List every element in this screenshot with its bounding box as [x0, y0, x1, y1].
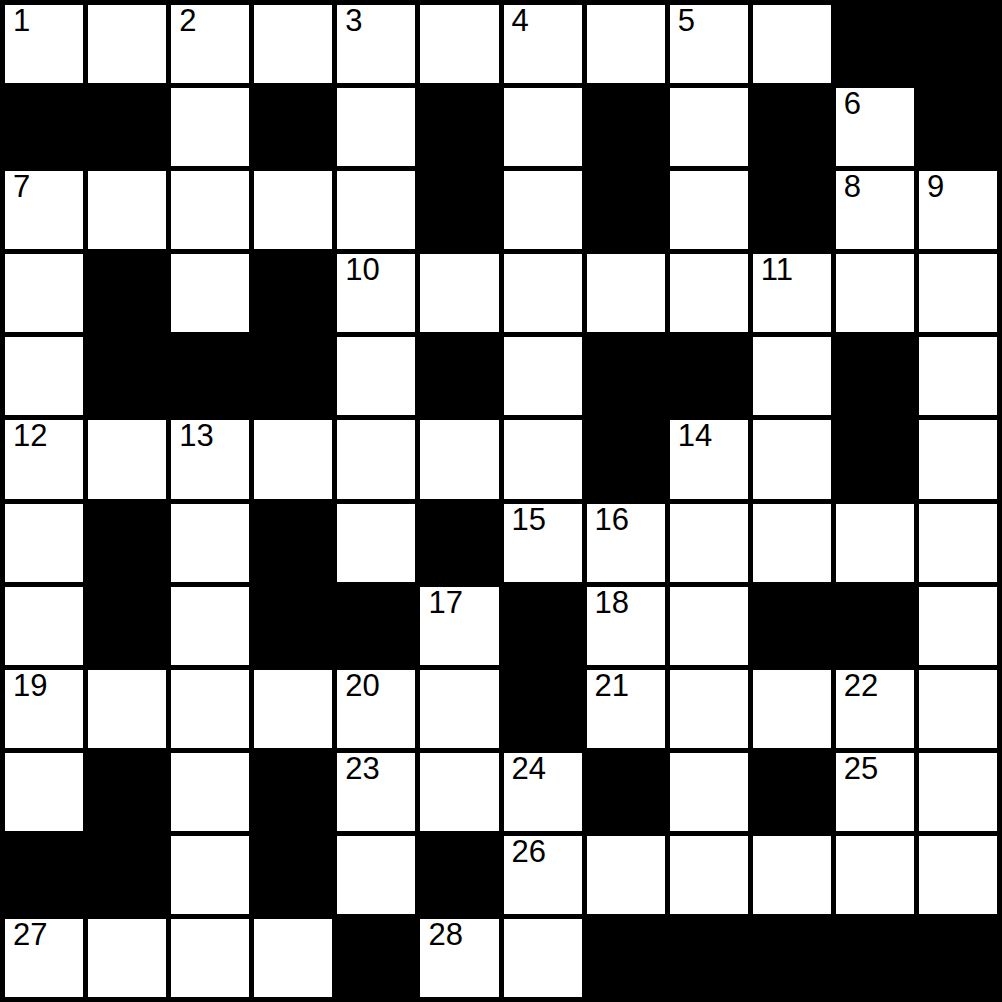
white-cell[interactable] [337, 836, 415, 914]
clue-number: 14 [678, 420, 712, 451]
white-cell[interactable] [504, 254, 582, 332]
white-cell[interactable]: 6 [836, 88, 914, 166]
white-cell[interactable]: 3 [337, 5, 415, 83]
white-cell[interactable]: 13 [171, 420, 249, 498]
white-cell[interactable] [504, 337, 582, 415]
white-cell[interactable] [171, 919, 249, 997]
black-cell [420, 504, 498, 582]
white-cell[interactable] [753, 420, 831, 498]
clue-number: 26 [512, 836, 546, 867]
black-cell [919, 5, 997, 83]
black-cell [171, 337, 249, 415]
white-cell[interactable] [420, 670, 498, 748]
white-cell[interactable]: 22 [836, 670, 914, 748]
white-cell[interactable] [919, 587, 997, 665]
white-cell[interactable] [5, 753, 83, 831]
white-cell[interactable]: 8 [836, 171, 914, 249]
white-cell[interactable]: 26 [504, 836, 582, 914]
black-cell [753, 88, 831, 166]
black-cell [919, 88, 997, 166]
white-cell[interactable] [88, 5, 166, 83]
clue-number: 10 [345, 254, 379, 285]
white-cell[interactable] [836, 504, 914, 582]
white-cell[interactable]: 23 [337, 753, 415, 831]
black-cell [670, 337, 748, 415]
white-cell[interactable] [670, 587, 748, 665]
white-cell[interactable]: 11 [753, 254, 831, 332]
white-cell[interactable]: 20 [337, 670, 415, 748]
white-cell[interactable]: 27 [5, 919, 83, 997]
white-cell[interactable] [753, 337, 831, 415]
black-cell [88, 254, 166, 332]
clue-number: 7 [13, 171, 30, 202]
clue-number: 11 [761, 254, 793, 285]
black-cell [836, 420, 914, 498]
clue-number: 5 [678, 5, 695, 36]
white-cell[interactable] [254, 919, 332, 997]
white-cell[interactable]: 10 [337, 254, 415, 332]
white-cell[interactable]: 19 [5, 670, 83, 748]
clue-number: 3 [345, 5, 362, 36]
clue-number: 9 [927, 171, 944, 202]
white-cell[interactable] [504, 171, 582, 249]
white-cell[interactable] [254, 670, 332, 748]
white-cell[interactable]: 2 [171, 5, 249, 83]
black-cell [753, 171, 831, 249]
white-cell[interactable] [337, 88, 415, 166]
white-cell[interactable] [836, 254, 914, 332]
black-cell [88, 587, 166, 665]
black-cell [420, 836, 498, 914]
white-cell[interactable] [171, 836, 249, 914]
white-cell[interactable] [587, 5, 665, 83]
white-cell[interactable] [670, 88, 748, 166]
black-cell [5, 836, 83, 914]
white-cell[interactable] [420, 420, 498, 498]
white-cell[interactable]: 15 [504, 504, 582, 582]
white-cell[interactable] [919, 420, 997, 498]
black-cell [753, 587, 831, 665]
white-cell[interactable]: 21 [587, 670, 665, 748]
white-cell[interactable] [670, 670, 748, 748]
white-cell[interactable] [670, 254, 748, 332]
black-cell [254, 254, 332, 332]
white-cell[interactable] [753, 5, 831, 83]
clue-number: 15 [512, 504, 546, 535]
black-cell [919, 919, 997, 997]
white-cell[interactable]: 4 [504, 5, 582, 83]
white-cell[interactable] [337, 420, 415, 498]
clue-number: 13 [179, 420, 213, 451]
clue-number: 16 [595, 504, 629, 535]
white-cell[interactable]: 1 [5, 5, 83, 83]
clue-number: 4 [512, 5, 529, 36]
black-cell [836, 337, 914, 415]
white-cell[interactable] [254, 420, 332, 498]
white-cell[interactable] [171, 670, 249, 748]
black-cell [337, 919, 415, 997]
black-cell [254, 504, 332, 582]
clue-number: 23 [345, 753, 379, 784]
white-cell[interactable]: 25 [836, 753, 914, 831]
white-cell[interactable] [254, 171, 332, 249]
clue-number: 6 [844, 88, 861, 119]
white-cell[interactable] [171, 504, 249, 582]
black-cell [254, 587, 332, 665]
white-cell[interactable] [919, 753, 997, 831]
white-cell[interactable] [88, 420, 166, 498]
black-cell [254, 88, 332, 166]
clue-number: 28 [428, 919, 462, 950]
black-cell [420, 171, 498, 249]
clue-number: 19 [13, 670, 47, 701]
black-cell [88, 504, 166, 582]
white-cell[interactable] [670, 504, 748, 582]
white-cell[interactable] [753, 670, 831, 748]
clue-number: 25 [844, 753, 878, 784]
white-cell[interactable] [5, 337, 83, 415]
white-cell[interactable] [670, 836, 748, 914]
black-cell [254, 753, 332, 831]
white-cell[interactable] [171, 88, 249, 166]
clue-number: 1 [13, 5, 30, 36]
black-cell [753, 753, 831, 831]
black-cell [670, 919, 748, 997]
clue-number: 21 [595, 670, 629, 701]
white-cell[interactable]: 24 [504, 753, 582, 831]
black-cell [587, 88, 665, 166]
white-cell[interactable]: 7 [5, 171, 83, 249]
black-cell [88, 753, 166, 831]
white-cell[interactable] [919, 254, 997, 332]
white-cell[interactable] [504, 919, 582, 997]
black-cell [254, 836, 332, 914]
white-cell[interactable] [919, 337, 997, 415]
clue-number: 17 [428, 587, 462, 618]
white-cell[interactable] [587, 836, 665, 914]
white-cell[interactable]: 12 [5, 420, 83, 498]
black-cell [504, 670, 582, 748]
black-cell [88, 337, 166, 415]
clue-number: 24 [512, 753, 546, 784]
black-cell [836, 5, 914, 83]
black-cell [5, 88, 83, 166]
white-cell[interactable] [88, 171, 166, 249]
black-cell [587, 171, 665, 249]
white-cell[interactable] [88, 919, 166, 997]
clue-number: 20 [345, 670, 379, 701]
white-cell[interactable] [753, 504, 831, 582]
black-cell [587, 337, 665, 415]
white-cell[interactable]: 17 [420, 587, 498, 665]
black-cell [587, 420, 665, 498]
black-cell [504, 587, 582, 665]
white-cell[interactable] [670, 753, 748, 831]
white-cell[interactable] [919, 504, 997, 582]
clue-number: 12 [13, 420, 47, 451]
white-cell[interactable] [5, 504, 83, 582]
clue-number: 2 [179, 5, 196, 36]
crossword-grid: 1234567891011121314151617181920212223242… [0, 0, 1002, 1002]
black-cell [587, 753, 665, 831]
white-cell[interactable] [5, 254, 83, 332]
clue-number: 8 [844, 171, 861, 202]
white-cell[interactable] [171, 753, 249, 831]
white-cell[interactable] [919, 836, 997, 914]
white-cell[interactable] [254, 5, 332, 83]
white-cell[interactable] [836, 836, 914, 914]
white-cell[interactable]: 16 [587, 504, 665, 582]
white-cell[interactable] [171, 171, 249, 249]
white-cell[interactable] [670, 171, 748, 249]
black-cell [88, 836, 166, 914]
white-cell[interactable] [337, 337, 415, 415]
black-cell [254, 337, 332, 415]
white-cell[interactable]: 14 [670, 420, 748, 498]
white-cell[interactable] [171, 254, 249, 332]
white-cell[interactable] [753, 836, 831, 914]
black-cell [88, 88, 166, 166]
white-cell[interactable] [88, 670, 166, 748]
black-cell [420, 337, 498, 415]
black-cell [420, 88, 498, 166]
white-cell[interactable] [337, 171, 415, 249]
black-cell [836, 919, 914, 997]
black-cell [587, 919, 665, 997]
black-cell [753, 919, 831, 997]
white-cell[interactable] [5, 587, 83, 665]
clue-number: 27 [13, 919, 47, 950]
white-cell[interactable] [504, 420, 582, 498]
white-cell[interactable] [420, 254, 498, 332]
white-cell[interactable] [919, 670, 997, 748]
white-cell[interactable] [420, 753, 498, 831]
white-cell[interactable]: 28 [420, 919, 498, 997]
white-cell[interactable]: 18 [587, 587, 665, 665]
clue-number: 22 [844, 670, 878, 701]
white-cell[interactable]: 9 [919, 171, 997, 249]
black-cell [337, 587, 415, 665]
white-cell[interactable] [420, 5, 498, 83]
white-cell[interactable]: 5 [670, 5, 748, 83]
white-cell[interactable] [587, 254, 665, 332]
clue-number: 18 [595, 587, 629, 618]
white-cell[interactable] [337, 504, 415, 582]
white-cell[interactable] [504, 88, 582, 166]
white-cell[interactable] [171, 587, 249, 665]
black-cell [836, 587, 914, 665]
